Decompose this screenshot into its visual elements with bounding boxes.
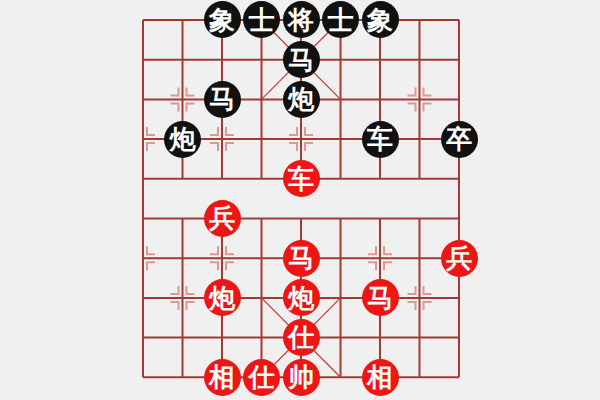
app-background: 象士将士象马马炮炮车卒车兵马兵炮炮马仕相仕帅相 bbox=[0, 0, 600, 400]
board-cell: 炮 bbox=[202, 278, 242, 318]
piece-red[interactable]: 相 bbox=[204, 359, 241, 396]
board-cell: 相 bbox=[202, 357, 242, 397]
board-cell: 士 bbox=[321, 0, 361, 40]
board-cell: 象 bbox=[360, 0, 400, 40]
board-cell: 兵 bbox=[439, 238, 479, 278]
pieces-grid: 象士将士象马马炮炮车卒车兵马兵炮炮马仕相仕帅相 bbox=[123, 0, 479, 397]
piece-black[interactable]: 马 bbox=[204, 81, 241, 118]
board-cell: 炮 bbox=[281, 80, 321, 120]
piece-black[interactable]: 将 bbox=[283, 1, 320, 38]
board-cell: 马 bbox=[360, 278, 400, 318]
piece-red[interactable]: 炮 bbox=[283, 279, 320, 316]
board-cell: 卒 bbox=[439, 119, 479, 159]
board-cell: 仕 bbox=[242, 357, 282, 397]
board-cell: 车 bbox=[360, 119, 400, 159]
board-cell: 车 bbox=[281, 159, 321, 199]
board-cell: 仕 bbox=[281, 318, 321, 358]
board-cell: 兵 bbox=[202, 199, 242, 239]
piece-red[interactable]: 马 bbox=[362, 279, 399, 316]
board-cell: 马 bbox=[281, 238, 321, 278]
board-cell: 士 bbox=[242, 0, 282, 40]
piece-red[interactable]: 仕 bbox=[243, 359, 280, 396]
piece-red[interactable]: 兵 bbox=[441, 240, 478, 277]
piece-black[interactable]: 象 bbox=[204, 1, 241, 38]
board-cell: 炮 bbox=[281, 278, 321, 318]
piece-black[interactable]: 马 bbox=[283, 41, 320, 78]
board-cell: 炮 bbox=[163, 119, 203, 159]
piece-red[interactable]: 帅 bbox=[283, 359, 320, 396]
board-cell: 相 bbox=[360, 357, 400, 397]
piece-red[interactable]: 马 bbox=[283, 240, 320, 277]
piece-black[interactable]: 象 bbox=[362, 1, 399, 38]
board-cell: 马 bbox=[202, 80, 242, 120]
piece-black[interactable]: 卒 bbox=[441, 121, 478, 158]
board-cell: 象 bbox=[202, 0, 242, 40]
piece-black[interactable]: 车 bbox=[362, 121, 399, 158]
board-cell: 将 bbox=[281, 0, 321, 40]
board-cell: 马 bbox=[281, 40, 321, 80]
piece-red[interactable]: 仕 bbox=[283, 319, 320, 356]
piece-red[interactable]: 兵 bbox=[204, 200, 241, 237]
piece-red[interactable]: 车 bbox=[283, 160, 320, 197]
xiangqi-board: 象士将士象马马炮炮车卒车兵马兵炮炮马仕相仕帅相 bbox=[0, 0, 600, 400]
board-cell: 帅 bbox=[281, 357, 321, 397]
piece-black[interactable]: 士 bbox=[243, 1, 280, 38]
piece-red[interactable]: 相 bbox=[362, 359, 399, 396]
piece-black[interactable]: 士 bbox=[322, 1, 359, 38]
piece-black[interactable]: 炮 bbox=[283, 81, 320, 118]
piece-red[interactable]: 炮 bbox=[204, 279, 241, 316]
piece-black[interactable]: 炮 bbox=[164, 121, 201, 158]
